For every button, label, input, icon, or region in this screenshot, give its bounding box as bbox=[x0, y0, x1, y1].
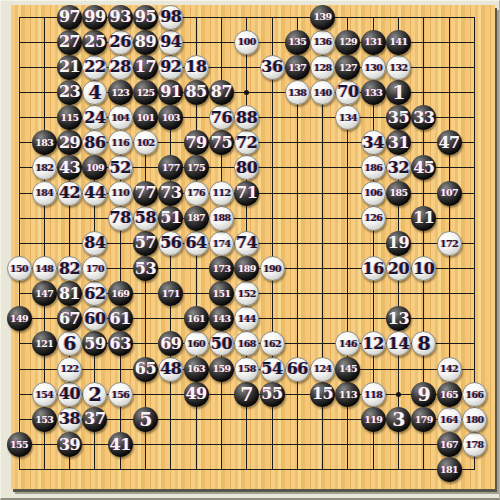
stone-number: 74 bbox=[236, 235, 257, 251]
stone-number: 167 bbox=[440, 440, 458, 450]
stone-number: 103 bbox=[162, 113, 180, 123]
stone-97-C19: 97 bbox=[57, 5, 82, 30]
stone-number: 24 bbox=[84, 110, 105, 126]
stone-number: 150 bbox=[10, 264, 28, 274]
stone-number: 67 bbox=[59, 311, 80, 327]
stone-number: 52 bbox=[110, 160, 131, 176]
stone-134-O15: 134 bbox=[335, 105, 360, 130]
stone-number: 23 bbox=[59, 84, 80, 100]
stone-number: 131 bbox=[364, 37, 382, 47]
stone-number: 6 bbox=[63, 334, 76, 353]
stone-22-D17: 22 bbox=[82, 55, 107, 80]
stone-185-Q12: 185 bbox=[386, 181, 411, 206]
stone-147-B8: 147 bbox=[32, 281, 57, 306]
stone-15-N4: 15 bbox=[310, 382, 335, 407]
stone-number: 166 bbox=[465, 390, 483, 400]
stone-62-D8: 62 bbox=[82, 281, 107, 306]
stone-94-G18: 94 bbox=[158, 30, 183, 55]
stone-number: 69 bbox=[160, 336, 181, 352]
stone-154-B4: 154 bbox=[32, 382, 57, 407]
stone-number: 31 bbox=[388, 135, 409, 151]
stone-72-K14: 72 bbox=[234, 130, 259, 155]
stone-number: 19 bbox=[388, 235, 409, 251]
stone-151-J8: 151 bbox=[209, 281, 234, 306]
stone-number: 77 bbox=[135, 185, 156, 201]
stone-number: 189 bbox=[238, 264, 256, 274]
stone-138-M16: 138 bbox=[285, 80, 310, 105]
stone-63-E6: 63 bbox=[108, 331, 133, 356]
stone-number: 188 bbox=[212, 213, 230, 223]
stone-144-K7: 144 bbox=[234, 306, 259, 331]
stone-145-O5: 145 bbox=[335, 357, 360, 382]
stone-number: 11 bbox=[413, 210, 434, 226]
stone-102-F14: 102 bbox=[133, 130, 158, 155]
star-point bbox=[396, 392, 401, 397]
stone-number: 85 bbox=[185, 84, 206, 100]
stone-92-G17: 92 bbox=[158, 55, 183, 80]
stone-65-F5: 65 bbox=[133, 357, 158, 382]
stone-34-P14: 34 bbox=[361, 130, 386, 155]
stone-number: 21 bbox=[59, 59, 80, 75]
stone-25-D18: 25 bbox=[82, 30, 107, 55]
stone-number: 48 bbox=[160, 361, 181, 377]
stone-125-F16: 125 bbox=[133, 80, 158, 105]
stone-number: 56 bbox=[160, 235, 181, 251]
stone-number: 158 bbox=[238, 364, 256, 374]
stone-number: 162 bbox=[263, 339, 281, 349]
stone-9-R4: 9 bbox=[411, 382, 436, 407]
stone-number: 59 bbox=[84, 336, 105, 352]
stone-number: 155 bbox=[10, 440, 28, 450]
stone-number: 126 bbox=[364, 213, 382, 223]
stone-number: 34 bbox=[363, 135, 384, 151]
stone-52-E13: 52 bbox=[108, 155, 133, 180]
stone-number: 2 bbox=[89, 385, 102, 404]
stone-24-D15: 24 bbox=[82, 105, 107, 130]
stone-174-J10: 174 bbox=[209, 231, 234, 256]
stone-number: 104 bbox=[111, 113, 129, 123]
stone-159-J5: 159 bbox=[209, 357, 234, 382]
stone-number: 132 bbox=[389, 63, 407, 73]
stone-number: 137 bbox=[288, 63, 306, 73]
go-board: 1234567891011121314151617181920212223242… bbox=[11, 5, 495, 489]
stone-number: 20 bbox=[388, 261, 409, 277]
stone-number: 109 bbox=[86, 163, 104, 173]
stone-number: 130 bbox=[364, 63, 382, 73]
stone-188-J11: 188 bbox=[209, 206, 234, 231]
stone-5-F3: 5 bbox=[133, 407, 158, 432]
stone-182-B13: 182 bbox=[32, 155, 57, 180]
stone-122-C5: 122 bbox=[57, 357, 82, 382]
stone-number: 119 bbox=[364, 415, 382, 425]
stone-89-F18: 89 bbox=[133, 30, 158, 55]
stone-number: 141 bbox=[389, 37, 407, 47]
stone-number: 183 bbox=[35, 138, 53, 148]
stone-26-E18: 26 bbox=[108, 30, 133, 55]
stone-number: 18 bbox=[185, 59, 206, 75]
stone-number: 190 bbox=[263, 264, 281, 274]
stone-172-S10: 172 bbox=[437, 231, 462, 256]
stone-8-R6: 8 bbox=[411, 331, 436, 356]
stone-number: 161 bbox=[187, 314, 205, 324]
stone-43-C13: 43 bbox=[57, 155, 82, 180]
stone-number: 17 bbox=[135, 59, 156, 75]
stone-139-N19: 139 bbox=[310, 5, 335, 30]
stone-number: 102 bbox=[136, 138, 154, 148]
star-point bbox=[244, 90, 249, 95]
stone-33-R15: 33 bbox=[411, 105, 436, 130]
stone-number: 35 bbox=[388, 110, 409, 126]
stone-178-T2: 178 bbox=[462, 432, 487, 457]
stone-37-D3: 37 bbox=[82, 407, 107, 432]
stone-156-E4: 156 bbox=[108, 382, 133, 407]
stone-38-C3: 38 bbox=[57, 407, 82, 432]
stone-number: 100 bbox=[238, 37, 256, 47]
stone-59-D6: 59 bbox=[82, 331, 107, 356]
stone-number: 176 bbox=[187, 188, 205, 198]
stone-93-E19: 93 bbox=[108, 5, 133, 30]
stone-71-K12: 71 bbox=[234, 181, 259, 206]
stone-136-N18: 136 bbox=[310, 30, 335, 55]
board-frame: 1234567891011121314151617181920212223242… bbox=[0, 0, 500, 500]
stone-number: 16 bbox=[363, 261, 384, 277]
stone-number: 187 bbox=[187, 213, 205, 223]
stone-91-G16: 91 bbox=[158, 80, 183, 105]
stone-115-C15: 115 bbox=[57, 105, 82, 130]
stone-85-H16: 85 bbox=[184, 80, 209, 105]
stone-12-P6: 12 bbox=[361, 331, 386, 356]
stone-number: 107 bbox=[440, 188, 458, 198]
stone-number: 65 bbox=[135, 361, 156, 377]
stone-number: 116 bbox=[111, 138, 129, 148]
stone-number: 134 bbox=[339, 113, 357, 123]
stone-164-S3: 164 bbox=[437, 407, 462, 432]
stone-number: 72 bbox=[236, 135, 257, 151]
stone-49-H4: 49 bbox=[184, 382, 209, 407]
stone-number: 8 bbox=[417, 334, 430, 353]
stone-168-K6: 168 bbox=[234, 331, 259, 356]
stone-number: 127 bbox=[339, 63, 357, 73]
stone-number: 51 bbox=[160, 210, 181, 226]
stone-number: 94 bbox=[160, 34, 181, 50]
stone-61-E7: 61 bbox=[108, 306, 133, 331]
stone-4-D16: 4 bbox=[82, 80, 107, 105]
stone-75-J14: 75 bbox=[209, 130, 234, 155]
stone-number: 55 bbox=[261, 386, 282, 402]
stone-167-S2: 167 bbox=[437, 432, 462, 457]
stone-number: 61 bbox=[110, 311, 131, 327]
stone-number: 148 bbox=[35, 264, 53, 274]
stone-number: 13 bbox=[388, 311, 409, 327]
stone-112-J12: 112 bbox=[209, 181, 234, 206]
stone-number: 101 bbox=[136, 113, 154, 123]
stone-124-N5: 124 bbox=[310, 357, 335, 382]
stone-number: 145 bbox=[339, 364, 357, 374]
stone-73-G12: 73 bbox=[158, 181, 183, 206]
stone-141-Q18: 141 bbox=[386, 30, 411, 55]
stone-number: 164 bbox=[440, 415, 458, 425]
stone-126-P11: 126 bbox=[361, 206, 386, 231]
stone-86-D14: 86 bbox=[82, 130, 107, 155]
stone-number: 62 bbox=[84, 286, 105, 302]
stone-95-F19: 95 bbox=[133, 5, 158, 30]
stone-143-J7: 143 bbox=[209, 306, 234, 331]
stone-99-D19: 99 bbox=[82, 5, 107, 30]
stone-109-D13: 109 bbox=[82, 155, 107, 180]
stone-170-D9: 170 bbox=[82, 256, 107, 281]
stone-173-J9: 173 bbox=[209, 256, 234, 281]
stone-number: 112 bbox=[212, 188, 230, 198]
stone-number: 106 bbox=[364, 188, 382, 198]
stone-number: 50 bbox=[211, 336, 232, 352]
stone-79-H14: 79 bbox=[184, 130, 209, 155]
stone-166-T4: 166 bbox=[462, 382, 487, 407]
stone-153-B3: 153 bbox=[32, 407, 57, 432]
stone-number: 15 bbox=[312, 386, 333, 402]
stone-number: 60 bbox=[84, 311, 105, 327]
stone-149-A7: 149 bbox=[7, 306, 32, 331]
stone-number: 99 bbox=[84, 9, 105, 25]
stone-number: 142 bbox=[440, 364, 458, 374]
stone-number: 95 bbox=[135, 9, 156, 25]
stone-number: 172 bbox=[440, 239, 458, 249]
stone-number: 98 bbox=[160, 9, 181, 25]
stone-66-M5: 66 bbox=[285, 357, 310, 382]
stone-76-J15: 76 bbox=[209, 105, 234, 130]
stone-number: 7 bbox=[240, 385, 253, 404]
stone-146-O6: 146 bbox=[335, 331, 360, 356]
stone-number: 12 bbox=[363, 336, 384, 352]
stone-189-K9: 189 bbox=[234, 256, 259, 281]
stone-88-K15: 88 bbox=[234, 105, 259, 130]
stone-113-O4: 113 bbox=[335, 382, 360, 407]
stone-number: 165 bbox=[440, 390, 458, 400]
stone-57-F10: 57 bbox=[133, 231, 158, 256]
stone-number: 140 bbox=[314, 88, 332, 98]
stone-number: 152 bbox=[238, 289, 256, 299]
stone-number: 88 bbox=[236, 110, 257, 126]
stone-179-R3: 179 bbox=[411, 407, 436, 432]
stone-number: 178 bbox=[465, 440, 483, 450]
stone-53-F9: 53 bbox=[133, 256, 158, 281]
stone-169-E8: 169 bbox=[108, 281, 133, 306]
stone-number: 89 bbox=[135, 34, 156, 50]
stone-148-B9: 148 bbox=[32, 256, 57, 281]
stone-51-G11: 51 bbox=[158, 206, 183, 231]
stone-number: 173 bbox=[212, 264, 230, 274]
stone-20-Q9: 20 bbox=[386, 256, 411, 281]
stone-13-Q7: 13 bbox=[386, 306, 411, 331]
stone-number: 97 bbox=[59, 9, 80, 25]
stone-175-H13: 175 bbox=[184, 155, 209, 180]
stone-number: 171 bbox=[162, 289, 180, 299]
stone-number: 54 bbox=[261, 361, 282, 377]
stone-number: 147 bbox=[35, 289, 53, 299]
stone-81-C8: 81 bbox=[57, 281, 82, 306]
stone-number: 63 bbox=[110, 336, 131, 352]
stone-number: 10 bbox=[413, 261, 434, 277]
stone-184-B12: 184 bbox=[32, 181, 57, 206]
stone-70-O16: 70 bbox=[335, 80, 360, 105]
stone-47-S14: 47 bbox=[437, 130, 462, 155]
stone-number: 91 bbox=[160, 84, 181, 100]
stone-42-C12: 42 bbox=[57, 181, 82, 206]
stone-number: 139 bbox=[314, 12, 332, 22]
stone-number: 42 bbox=[59, 185, 80, 201]
stone-number: 58 bbox=[135, 210, 156, 226]
stone-50-J6: 50 bbox=[209, 331, 234, 356]
stone-number: 78 bbox=[110, 210, 131, 226]
stone-number: 53 bbox=[135, 261, 156, 277]
stone-number: 125 bbox=[136, 88, 154, 98]
stone-128-N17: 128 bbox=[310, 55, 335, 80]
stone-number: 143 bbox=[212, 314, 230, 324]
stone-number: 76 bbox=[211, 110, 232, 126]
stone-number: 27 bbox=[59, 34, 80, 50]
stone-152-K8: 152 bbox=[234, 281, 259, 306]
stone-2-D4: 2 bbox=[82, 382, 107, 407]
stone-39-C2: 39 bbox=[57, 432, 82, 457]
stone-103-G15: 103 bbox=[158, 105, 183, 130]
stone-number: 121 bbox=[35, 339, 53, 349]
stone-number: 14 bbox=[388, 336, 409, 352]
stone-number: 185 bbox=[389, 188, 407, 198]
stone-190-L9: 190 bbox=[260, 256, 285, 281]
stone-number: 28 bbox=[110, 59, 131, 75]
stone-41-E2: 41 bbox=[108, 432, 133, 457]
stone-number: 133 bbox=[364, 88, 382, 98]
stone-104-E15: 104 bbox=[108, 105, 133, 130]
stone-number: 29 bbox=[59, 135, 80, 151]
stone-176-H12: 176 bbox=[184, 181, 209, 206]
stone-40-C4: 40 bbox=[57, 382, 82, 407]
stone-7-K4: 7 bbox=[234, 382, 259, 407]
stone-number: 122 bbox=[61, 364, 79, 374]
stone-number: 160 bbox=[187, 339, 205, 349]
stone-number: 1 bbox=[392, 83, 405, 102]
stone-number: 180 bbox=[465, 415, 483, 425]
stone-162-L6: 162 bbox=[260, 331, 285, 356]
stone-number: 45 bbox=[413, 160, 434, 176]
stone-number: 79 bbox=[185, 135, 206, 151]
stone-160-H6: 160 bbox=[184, 331, 209, 356]
stone-142-S5: 142 bbox=[437, 357, 462, 382]
stone-163-H5: 163 bbox=[184, 357, 209, 382]
stone-28-E17: 28 bbox=[108, 55, 133, 80]
stone-84-D10: 84 bbox=[82, 231, 107, 256]
stone-number: 135 bbox=[288, 37, 306, 47]
stone-number: 40 bbox=[59, 386, 80, 402]
stone-121-B6: 121 bbox=[32, 331, 57, 356]
stone-number: 66 bbox=[287, 361, 308, 377]
stone-number: 179 bbox=[415, 415, 433, 425]
stone-17-F17: 17 bbox=[133, 55, 158, 80]
stone-number: 39 bbox=[59, 437, 80, 453]
stone-number: 144 bbox=[238, 314, 256, 324]
stone-16-P9: 16 bbox=[361, 256, 386, 281]
stone-11-R11: 11 bbox=[411, 206, 436, 231]
stone-number: 64 bbox=[185, 235, 206, 251]
stone-180-T3: 180 bbox=[462, 407, 487, 432]
stone-100-K18: 100 bbox=[234, 30, 259, 55]
stone-129-O18: 129 bbox=[335, 30, 360, 55]
stone-130-P17: 130 bbox=[361, 55, 386, 80]
stone-number: 81 bbox=[59, 286, 80, 302]
stone-number: 70 bbox=[337, 84, 358, 100]
stone-67-C7: 67 bbox=[57, 306, 82, 331]
stone-18-H17: 18 bbox=[184, 55, 209, 80]
stone-number: 110 bbox=[111, 188, 129, 198]
stone-number: 32 bbox=[388, 160, 409, 176]
stone-45-R13: 45 bbox=[411, 155, 436, 180]
stone-number: 113 bbox=[339, 390, 357, 400]
stone-number: 184 bbox=[35, 188, 53, 198]
stone-48-G5: 48 bbox=[158, 357, 183, 382]
stone-131-P18: 131 bbox=[361, 30, 386, 55]
stone-60-D7: 60 bbox=[82, 306, 107, 331]
stone-77-F12: 77 bbox=[133, 181, 158, 206]
stone-number: 9 bbox=[417, 385, 430, 404]
stone-32-Q13: 32 bbox=[386, 155, 411, 180]
stone-14-Q6: 14 bbox=[386, 331, 411, 356]
stone-127-O17: 127 bbox=[335, 55, 360, 80]
stone-35-Q15: 35 bbox=[386, 105, 411, 130]
stone-number: 186 bbox=[364, 163, 382, 173]
stone-101-F15: 101 bbox=[133, 105, 158, 130]
stone-54-L5: 54 bbox=[260, 357, 285, 382]
stone-number: 87 bbox=[211, 84, 232, 100]
stone-number: 175 bbox=[187, 163, 205, 173]
stone-133-P16: 133 bbox=[361, 80, 386, 105]
stone-number: 123 bbox=[111, 88, 129, 98]
stone-187-H11: 187 bbox=[184, 206, 209, 231]
stone-number: 82 bbox=[59, 261, 80, 277]
stone-number: 124 bbox=[314, 364, 332, 374]
stone-155-A2: 155 bbox=[7, 432, 32, 457]
stone-number: 4 bbox=[89, 83, 102, 102]
stone-number: 168 bbox=[238, 339, 256, 349]
stone-number: 33 bbox=[413, 110, 434, 126]
stone-number: 170 bbox=[86, 264, 104, 274]
stone-number: 174 bbox=[212, 239, 230, 249]
stone-number: 159 bbox=[212, 364, 230, 374]
stone-number: 26 bbox=[110, 34, 131, 50]
stone-number: 75 bbox=[211, 135, 232, 151]
stone-19-Q10: 19 bbox=[386, 231, 411, 256]
stone-number: 128 bbox=[314, 63, 332, 73]
stone-number: 156 bbox=[111, 390, 129, 400]
stone-number: 118 bbox=[364, 390, 382, 400]
stone-number: 47 bbox=[438, 135, 459, 151]
stone-161-H7: 161 bbox=[184, 306, 209, 331]
stone-number: 115 bbox=[61, 113, 79, 123]
stone-number: 80 bbox=[236, 160, 257, 176]
stone-137-M17: 137 bbox=[285, 55, 310, 80]
stone-55-L4: 55 bbox=[260, 382, 285, 407]
stone-number: 169 bbox=[111, 289, 129, 299]
stone-number: 149 bbox=[10, 314, 28, 324]
stone-116-E14: 116 bbox=[108, 130, 133, 155]
stone-1-Q16: 1 bbox=[386, 80, 411, 105]
stone-number: 22 bbox=[84, 59, 105, 75]
stone-98-G19: 98 bbox=[158, 5, 183, 30]
stone-44-D12: 44 bbox=[82, 181, 107, 206]
stone-29-C14: 29 bbox=[57, 130, 82, 155]
stone-number: 93 bbox=[110, 9, 131, 25]
stone-118-P4: 118 bbox=[361, 382, 386, 407]
stone-158-K5: 158 bbox=[234, 357, 259, 382]
stone-177-G13: 177 bbox=[158, 155, 183, 180]
